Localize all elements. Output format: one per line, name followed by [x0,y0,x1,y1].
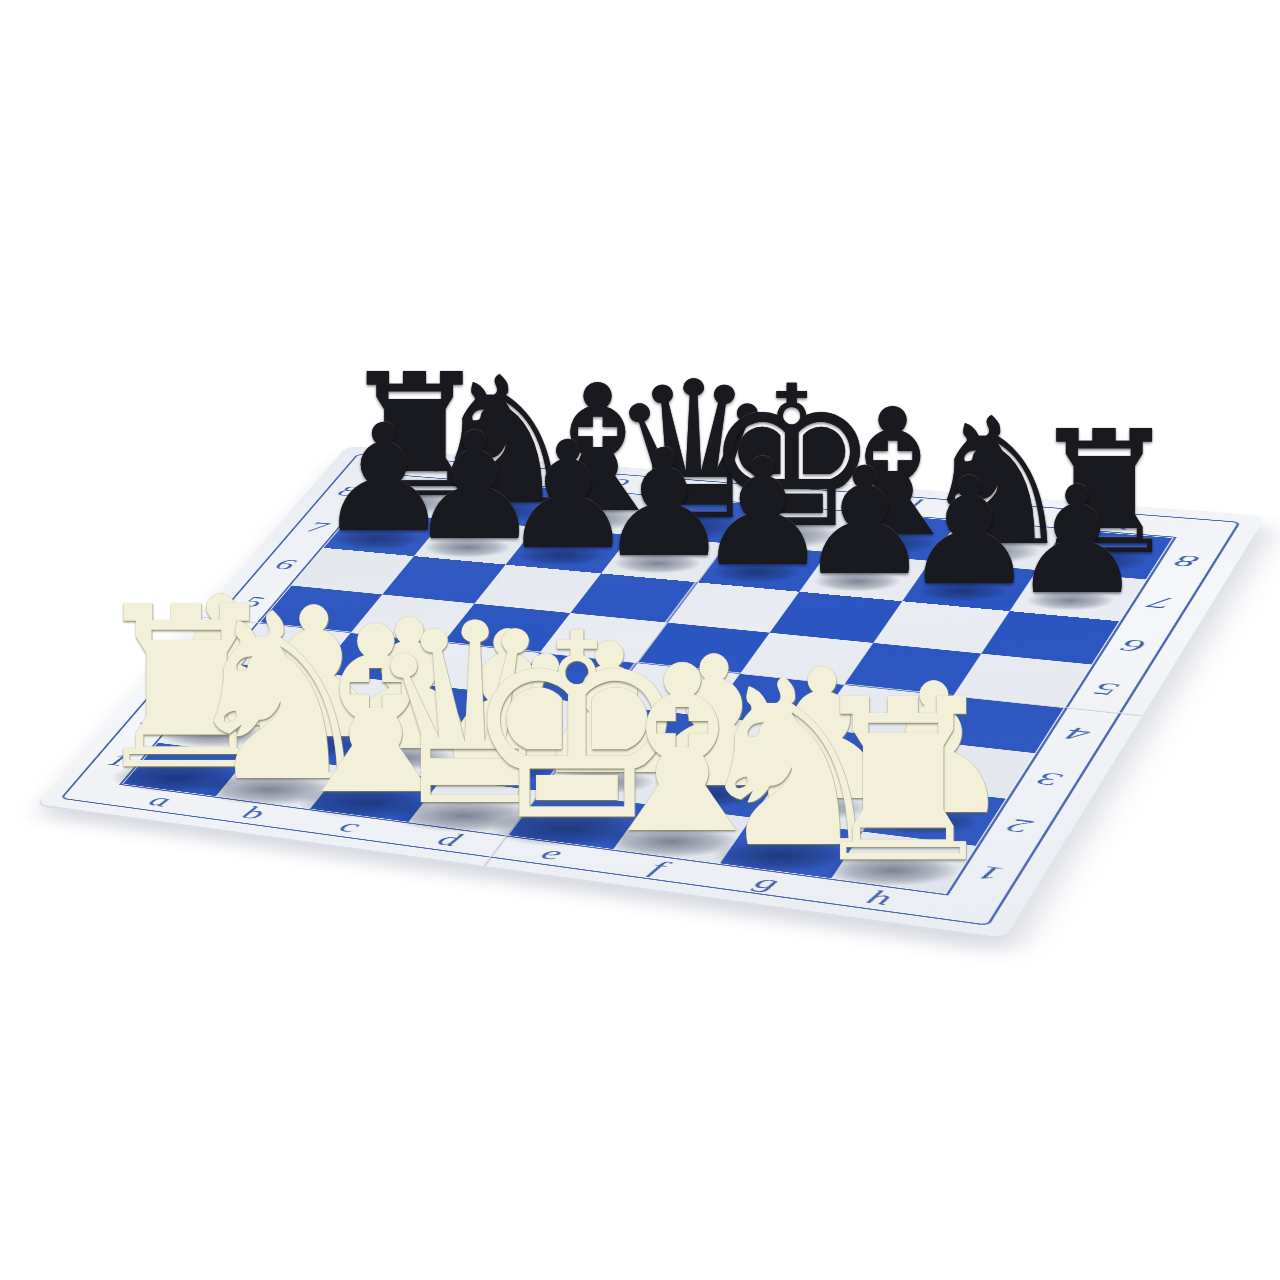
black-pawn-icon: ♟ [1011,468,1144,616]
piece-white-rook-h1[interactable]: ♜ [803,670,1003,894]
white-rook-icon: ♜ [803,670,1003,894]
pieces-layer: ♜♞♝♛♚♝♞♜♟♟♟♟♟♟♟♟♟♟♟♟♟♟♟♟♜♞♝♛♚♝♞♜ [0,0,1280,1280]
chess-set-photo: aa88bb77cc66dd55ee44ff33gg22hh11 ♜♞♝♛♚♝♞… [0,0,1280,1280]
piece-black-pawn-h7[interactable]: ♟ [1011,468,1144,616]
